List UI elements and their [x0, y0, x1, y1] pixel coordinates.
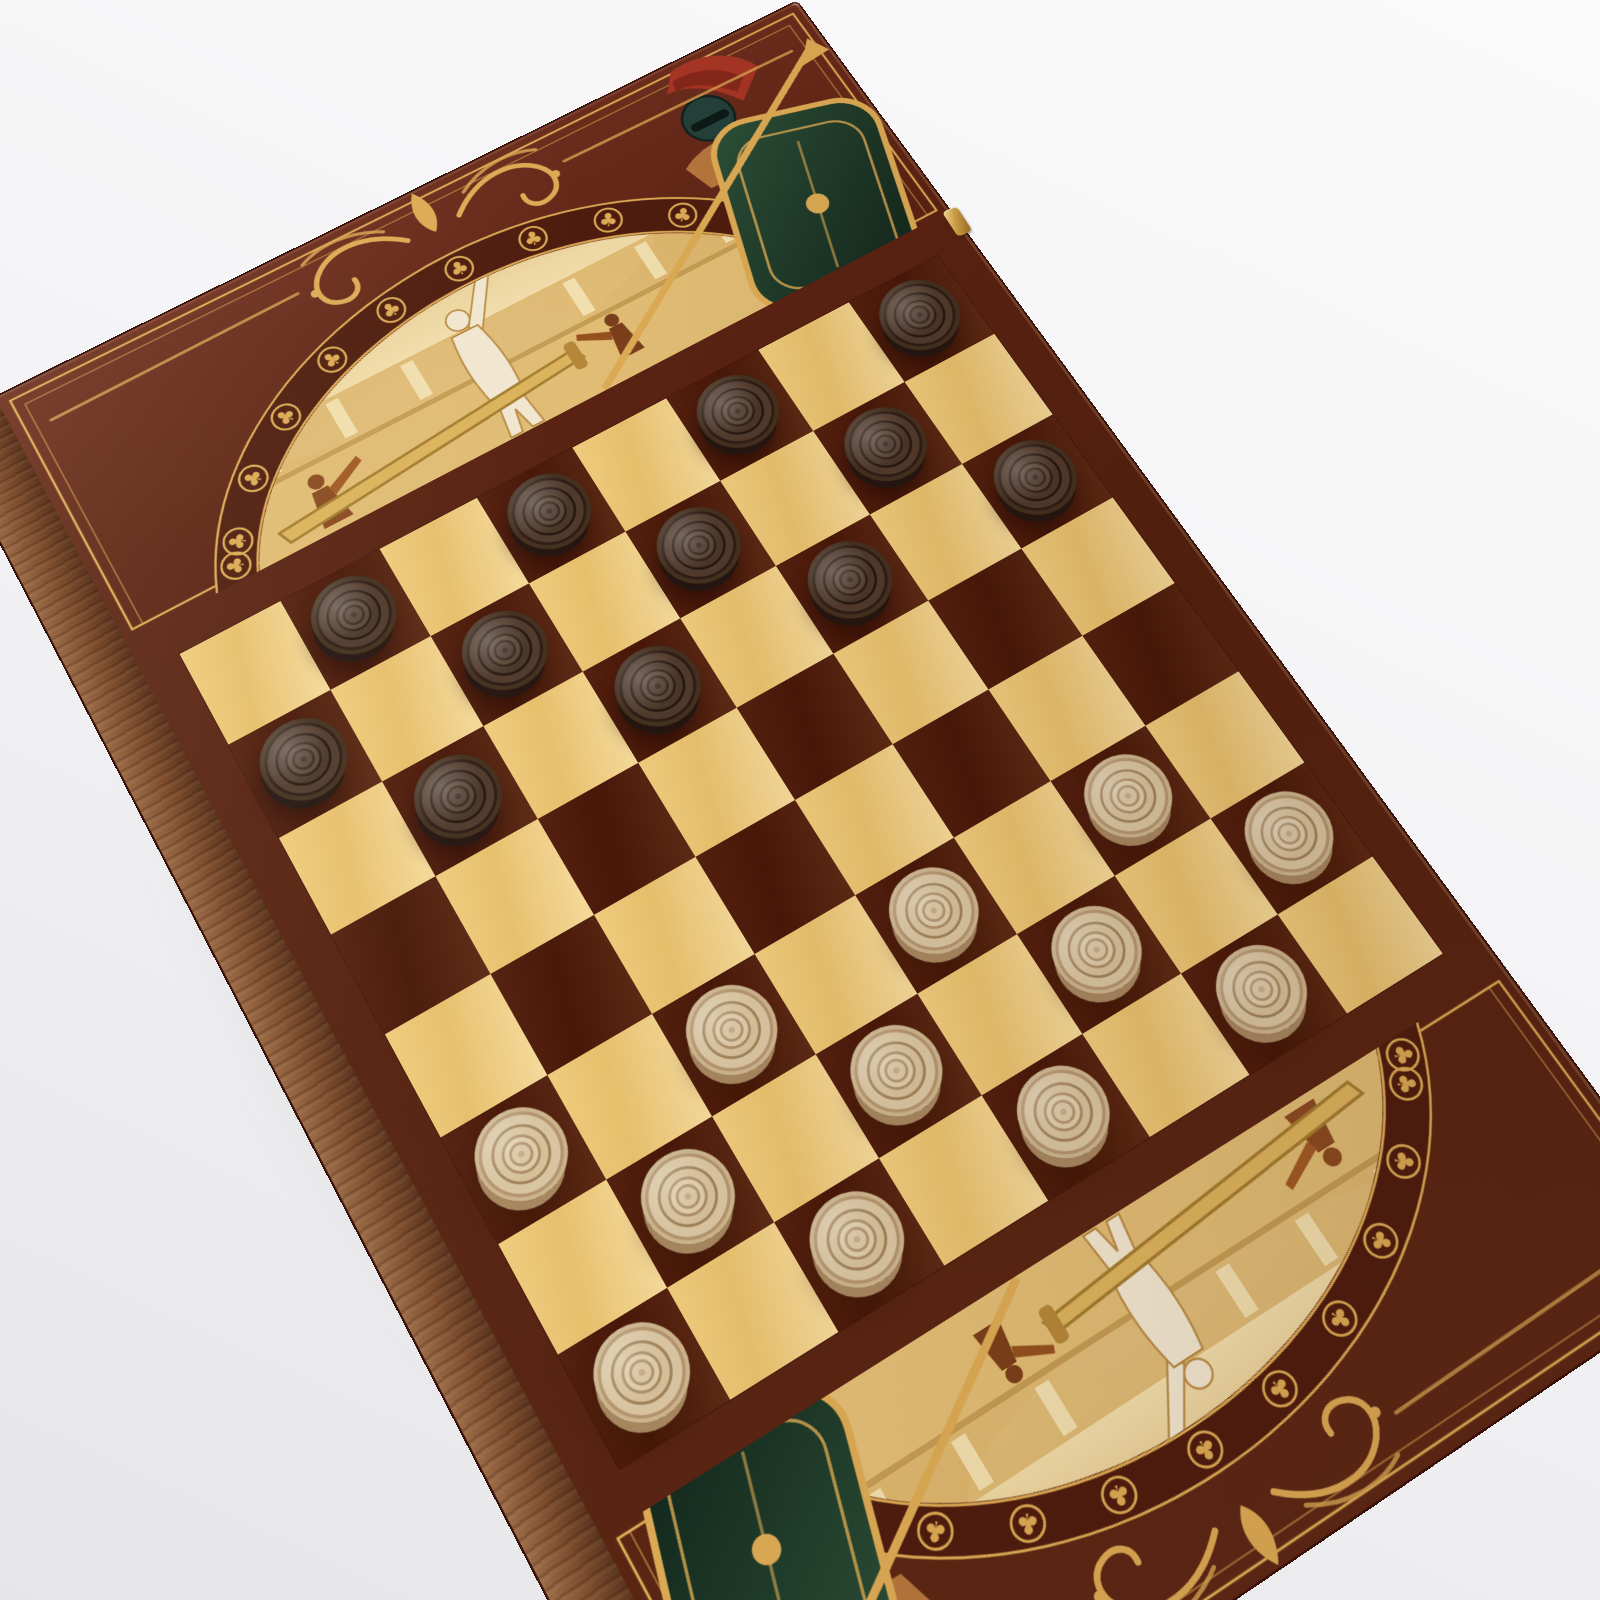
box-top-face: ♣ ♣ ♣ ♣ ♣ ♣ ♣ ♣ ♣ ♣ ♣ ♣ ♣	[0, 2, 1600, 1600]
svg-text:♣: ♣	[225, 531, 252, 552]
svg-text:♣: ♣	[1389, 1148, 1419, 1174]
dark-man-d1[interactable]	[492, 460, 606, 564]
svg-text:♣: ♣	[1390, 1071, 1423, 1096]
product-photo-scene: ♣ ♣ ♣ ♣ ♣ ♣ ♣ ♣ ♣ ♣ ♣ ♣ ♣	[0, 0, 1600, 1600]
svg-text:♣: ♣	[238, 468, 268, 489]
svg-text:♣: ♣	[598, 209, 619, 231]
svg-text:♣: ♣	[922, 1513, 950, 1549]
svg-text:♣: ♣	[1014, 1506, 1042, 1541]
svg-text:♣: ♣	[671, 203, 694, 226]
game-box: ♣ ♣ ♣ ♣ ♣ ♣ ♣ ♣ ♣ ♣ ♣ ♣ ♣	[0, 2, 1600, 1600]
dark-man-b1[interactable]	[296, 561, 411, 669]
